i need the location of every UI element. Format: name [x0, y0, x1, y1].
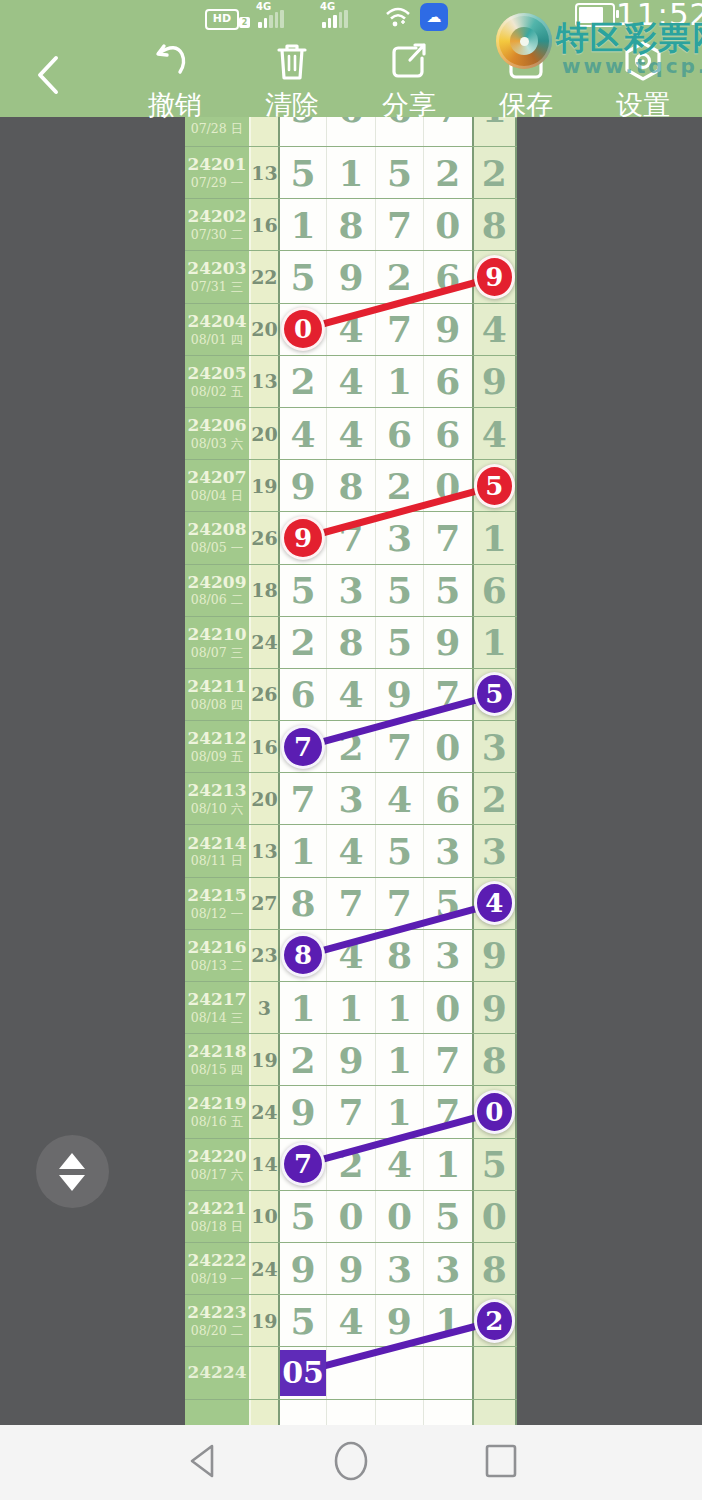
issue-number: 24212 [187, 730, 246, 748]
sum-cell [249, 1347, 278, 1398]
sum-value: 23 [251, 944, 277, 966]
issue-cell: 2422308/20 二 [185, 1295, 249, 1346]
issue-date: 08/04 日 [191, 489, 244, 502]
digit-cell-last: 0 [472, 1086, 518, 1137]
issue-cell: 2420908/06 二 [185, 565, 249, 616]
digit-cell [278, 1400, 326, 1425]
chart-row: 2420107/29 一1351522 [185, 147, 517, 199]
digit-value: 1 [387, 987, 412, 1029]
digit-cell: 5 [375, 825, 423, 876]
issue-date: 08/05 一 [191, 541, 244, 554]
issue-number: 24210 [187, 626, 246, 644]
sum-value: 3 [258, 997, 271, 1019]
digit-cell: 5 [278, 1295, 326, 1346]
digit-cell: 8 [326, 199, 374, 250]
issue-number: 24219 [187, 1095, 246, 1113]
issue-date: 07/31 三 [191, 280, 244, 293]
issue-number: 24215 [187, 887, 246, 905]
digit-cell: 5 [375, 147, 423, 198]
sum-cell: 19 [249, 1295, 278, 1346]
digit-value: 0 [482, 1195, 507, 1237]
issue-cell: 2421408/11 日 [185, 825, 249, 876]
chart-row: 2421308/10 六2073462 [185, 773, 517, 825]
digit-cell: 8 [278, 878, 326, 929]
chart-row: 2420307/31 三2259269 [185, 251, 517, 303]
issue-date: 08/02 五 [191, 385, 244, 398]
digit-cell: 9 [326, 251, 374, 302]
settings-label: 设置 [593, 87, 693, 123]
sum-value: 22 [251, 266, 277, 288]
digit-value: 1 [435, 1143, 460, 1185]
digit-cell: 1 [375, 1086, 423, 1137]
issue-number: 24208 [187, 521, 246, 539]
digit-cell: 3 [423, 1243, 471, 1294]
issue-cell: 2422008/17 六 [185, 1139, 249, 1190]
digit-value: 1 [482, 621, 507, 663]
chart-row: 2422405 [185, 1347, 517, 1399]
digit-cell-last: 8 [472, 199, 517, 250]
chart-row: 07/28 日56671 [185, 117, 517, 147]
issue-cell: 2420207/30 二 [185, 199, 249, 250]
sum-value: 14 [251, 1153, 277, 1175]
chart-row: 2421908/16 五2497170 [185, 1086, 517, 1138]
chart-row: 2420508/02 五1324169 [185, 356, 517, 408]
sum-cell: 16 [249, 199, 278, 250]
issue-cell: 2421908/16 五 [185, 1086, 249, 1137]
chart-row: 2421008/07 三2428591 [185, 617, 517, 669]
sum-cell: 3 [249, 982, 278, 1033]
digit-value: 4 [482, 308, 507, 350]
issue-cell: 2420107/29 一 [185, 147, 249, 198]
undo-button[interactable]: 撤销 [125, 40, 225, 123]
digit-value: 9 [482, 360, 507, 402]
undo-label: 撤销 [125, 87, 225, 123]
issue-number: 24204 [187, 313, 246, 331]
digit-value: 3 [387, 1248, 412, 1290]
sum-value: 24 [251, 631, 277, 653]
signal-bars-4g-icon: 4G [322, 10, 348, 28]
nav-recents-button[interactable] [483, 1441, 519, 1485]
issue-date: 08/20 二 [191, 1324, 244, 1337]
digit-cell: 8 [326, 617, 374, 668]
digit-value: 2 [482, 778, 507, 820]
digit-cell-last[interactable] [472, 1347, 517, 1398]
digit-value: 0 [435, 204, 460, 246]
digit-cell: 2 [326, 1139, 374, 1190]
undo-icon [152, 40, 198, 82]
digit-cell: 7 [278, 773, 326, 824]
digit-cell: 4 [278, 408, 326, 459]
digit-cell: 2 [375, 251, 423, 302]
issue-number: 24221 [187, 1200, 246, 1218]
digit-value: 3 [338, 778, 363, 820]
sum-cell: 13 [249, 825, 278, 876]
issue-cell: 2421708/14 三 [185, 982, 249, 1033]
save-button[interactable]: 保存 [476, 40, 576, 123]
digit-value: 7 [435, 517, 460, 559]
digit-value: 7 [387, 308, 412, 350]
issue-cell: 24224 [185, 1347, 249, 1398]
digit-cell: 4 [326, 304, 374, 355]
digit-cell: 6 [375, 408, 423, 459]
sum-value: 19 [251, 1310, 277, 1332]
digit-value: 2 [291, 360, 316, 402]
sum-value: 16 [251, 214, 277, 236]
share-icon [386, 40, 432, 82]
digit-value: 9 [435, 308, 460, 350]
issue-cell: 2422208/19 一 [185, 1243, 249, 1294]
issue-date: 07/30 二 [191, 228, 244, 241]
issue-cell: 2420808/05 一 [185, 512, 249, 563]
digit-cell: 7 [423, 1034, 471, 1085]
issue-date: 08/09 五 [191, 750, 244, 763]
nav-home-button[interactable] [331, 1439, 371, 1487]
chart-row: 2422208/19 一2499338 [185, 1243, 517, 1295]
issue-date: 08/07 三 [191, 646, 244, 659]
digit-cell: 3 [326, 773, 374, 824]
digit-cell: 3 [375, 1243, 423, 1294]
issue-cell [185, 1400, 249, 1425]
sum-cell: 22 [249, 251, 278, 302]
digit-cell: 5 [278, 251, 326, 302]
digit-cell-last: 9 [472, 251, 518, 302]
digit-value: 7 [291, 778, 316, 820]
issue-number: 24206 [187, 417, 246, 435]
save-icon [503, 40, 549, 82]
digit-value: 5 [387, 830, 412, 872]
digit-value: 9 [291, 465, 316, 507]
digit-cell: 3 [326, 565, 374, 616]
issue-date: 08/15 四 [191, 1063, 244, 1076]
red-circled-digit: 9 [474, 255, 516, 299]
digit-value: 4 [338, 1300, 363, 1342]
sum-cell: 18 [249, 565, 278, 616]
digit-cell: 4 [326, 408, 374, 459]
battery-icon [575, 3, 615, 27]
issue-number: 24211 [187, 678, 246, 696]
digit-cell-last: 8 [472, 1034, 517, 1085]
issue-number: 24207 [187, 469, 246, 487]
digit-cell: 0 [326, 1191, 374, 1242]
digit-value: 2 [291, 621, 316, 663]
nav-back-button[interactable] [186, 1442, 220, 1484]
clear-label: 清除 [242, 87, 342, 123]
issue-date: 08/11 日 [191, 854, 244, 867]
digit-value: 6 [435, 256, 460, 298]
share-label: 分享 [359, 87, 459, 123]
digit-value: 0 [338, 1195, 363, 1237]
digit-cell: 6 [423, 251, 471, 302]
digit-cell-last: 4 [472, 304, 517, 355]
red-circled-digit: 9 [281, 516, 325, 560]
digit-cell: 1 [278, 199, 326, 250]
digit-value: 7 [338, 1091, 363, 1133]
digit-cell[interactable]: 05 [278, 1347, 326, 1398]
digit-value: 5 [435, 882, 460, 924]
digit-value: 5 [291, 152, 316, 194]
issue-cell: 2420508/02 五 [185, 356, 249, 407]
clear-button[interactable]: 清除 [242, 40, 342, 123]
digit-cell-last: 5 [472, 1139, 517, 1190]
digit-value: 5 [387, 152, 412, 194]
sum-value: 24 [251, 1258, 277, 1280]
digit-value: 8 [387, 934, 412, 976]
digit-cell: 2 [423, 147, 471, 198]
digit-cell: 0 [423, 460, 471, 511]
sum-cell: 27 [249, 878, 278, 929]
signal-bars-4g-icon: 4G [258, 10, 284, 28]
digit-value: 1 [387, 360, 412, 402]
purple-circled-digit: 5 [474, 672, 516, 716]
digit-cell: 8 [375, 930, 423, 981]
share-button[interactable]: 分享 [359, 40, 459, 123]
digit-cell: 2 [326, 721, 374, 772]
issue-date: 08/18 日 [191, 1220, 244, 1233]
sum-value: 24 [251, 1101, 277, 1123]
digit-cell[interactable] [375, 1347, 423, 1398]
sum-value: 19 [251, 475, 277, 497]
chart-canvas[interactable]: 07/28 日566712420107/29 一13515222420207/3… [0, 117, 702, 1425]
issue-date: 08/13 二 [191, 959, 244, 972]
digit-cell: 7 [326, 878, 374, 929]
digit-cell-last: 4 [472, 408, 517, 459]
digit-cell-last: 1 [472, 617, 517, 668]
status-time: 11:52 [616, 0, 702, 32]
digit-value: 5 [435, 569, 460, 611]
digit-value: 9 [338, 1248, 363, 1290]
purple-circled-digit: 4 [474, 881, 516, 925]
android-navigation-bar [0, 1425, 702, 1500]
sum-cell: 14 [249, 1139, 278, 1190]
digit-cell: 5 [278, 147, 326, 198]
sum-cell: 16 [249, 721, 278, 772]
scroll-updown-button[interactable] [36, 1135, 109, 1208]
red-circled-digit: 5 [474, 464, 516, 508]
digit-value: 9 [338, 256, 363, 298]
digit-cell: 7 [423, 512, 471, 563]
sum-value: 20 [251, 318, 277, 340]
digit-value: 9 [338, 1039, 363, 1081]
issue-date: 07/29 一 [191, 176, 244, 189]
digit-cell: 3 [423, 825, 471, 876]
issue-number: 24213 [187, 782, 246, 800]
sum-cell: 13 [249, 356, 278, 407]
digit-cell: 8 [326, 460, 374, 511]
issue-cell: 2420708/04 日 [185, 460, 249, 511]
digit-cell[interactable] [423, 1347, 471, 1398]
sum-value: 10 [251, 1205, 277, 1227]
issue-number: 24216 [187, 939, 246, 957]
issue-number: 24202 [187, 208, 246, 226]
scroll-up-icon [59, 1153, 85, 1169]
sum-cell: 19 [249, 460, 278, 511]
digit-cell: 2 [278, 1034, 326, 1085]
digit-cell: 4 [375, 773, 423, 824]
digit-value: 2 [338, 1143, 363, 1185]
digit-cell: 9 [375, 669, 423, 720]
digit-value: 3 [482, 726, 507, 768]
digit-value: 9 [482, 934, 507, 976]
issue-date: 08/19 一 [191, 1272, 244, 1285]
digit-cell: 6 [423, 408, 471, 459]
digit-value: 3 [435, 1248, 460, 1290]
settings-icon [620, 40, 666, 82]
sum-value: 19 [251, 1049, 277, 1071]
digit-value: 8 [338, 204, 363, 246]
digit-cell: 0 [375, 1191, 423, 1242]
sum-value: 13 [251, 370, 277, 392]
digit-value: 9 [291, 1248, 316, 1290]
digit-value: 5 [291, 256, 316, 298]
digit-cell: 7 [326, 1086, 374, 1137]
digit-value: 4 [338, 673, 363, 715]
purple-circled-digit: 8 [281, 933, 325, 977]
sum-cell: 20 [249, 304, 278, 355]
digit-value: 4 [338, 934, 363, 976]
digit-cell [326, 1400, 374, 1425]
back-button[interactable] [30, 52, 66, 98]
sum-cell: 24 [249, 1086, 278, 1137]
digit-cell: 0 [423, 199, 471, 250]
digit-value: 5 [291, 569, 316, 611]
purple-circled-digit: 7 [281, 1142, 325, 1186]
digit-cell: 6 [423, 356, 471, 407]
digit-cell[interactable] [326, 1347, 374, 1398]
digit-cell [375, 1400, 423, 1425]
digit-cell: 7 [278, 1139, 326, 1190]
digit-value: 6 [387, 413, 412, 455]
digit-value: 6 [482, 569, 507, 611]
sum-cell: 20 [249, 408, 278, 459]
digit-value: 0 [435, 465, 460, 507]
chart-row: 2422308/20 二1954912 [185, 1295, 517, 1347]
sum-value: 13 [251, 840, 277, 862]
scroll-down-icon [59, 1175, 85, 1191]
sum-value: 20 [251, 788, 277, 810]
digit-value: 1 [387, 1091, 412, 1133]
digit-cell-last: 5 [472, 669, 518, 720]
digit-cell: 3 [423, 930, 471, 981]
issue-cell: 2421008/07 三 [185, 617, 249, 668]
digit-value: 5 [435, 1195, 460, 1237]
digit-cell-last: 5 [472, 460, 518, 511]
digit-cell-last: 2 [472, 773, 517, 824]
digit-value: 5 [387, 621, 412, 663]
issue-cell: 2421608/13 二 [185, 930, 249, 981]
digit-value: 1 [387, 1039, 412, 1081]
digit-value: 6 [291, 673, 316, 715]
home-circle-icon [331, 1439, 371, 1483]
digit-cell: 6 [278, 669, 326, 720]
issue-date: 08/01 四 [191, 333, 244, 346]
digit-cell [423, 1400, 471, 1425]
digit-value: 1 [482, 517, 507, 559]
digit-value: 4 [387, 1143, 412, 1185]
issue-date: 08/14 三 [191, 1011, 244, 1024]
issue-date: 08/06 二 [191, 593, 244, 606]
hd2-volte-icon: HD [205, 9, 239, 30]
digit-value: 2 [291, 1039, 316, 1081]
issue-number: 24222 [187, 1252, 246, 1270]
digit-value: 4 [338, 360, 363, 402]
digit-cell: 5 [278, 1191, 326, 1242]
digit-cell-last: 1 [472, 512, 517, 563]
digit-cell: 3 [375, 512, 423, 563]
digit-cell: 7 [423, 669, 471, 720]
digit-cell: 7 [423, 1086, 471, 1137]
digit-cell-last: 9 [472, 356, 517, 407]
digit-value: 9 [291, 1091, 316, 1133]
issue-cell: 2420408/01 四 [185, 304, 249, 355]
digit-cell: 6 [423, 773, 471, 824]
digit-cell: 4 [326, 930, 374, 981]
digit-value: 7 [387, 726, 412, 768]
digit-cell: 1 [423, 1295, 471, 1346]
sum-value: 26 [251, 683, 277, 705]
digit-value: 3 [338, 569, 363, 611]
sum-value: 20 [251, 423, 277, 445]
issue-number: 24223 [187, 1304, 246, 1322]
hd2-sub-icon: 2 [239, 17, 250, 28]
settings-button[interactable]: 设置 [593, 40, 693, 123]
digit-value: 8 [482, 204, 507, 246]
next-pick-box[interactable]: 05 [280, 1350, 326, 1396]
chart-row: 2420908/06 二1853556 [185, 565, 517, 617]
chart-row: 2422008/17 六1472415 [185, 1139, 517, 1191]
digit-cell: 1 [375, 356, 423, 407]
digit-cell: 1 [375, 1034, 423, 1085]
issue-date: 08/10 六 [191, 802, 244, 815]
sum-value: 16 [251, 736, 277, 758]
digit-value: 2 [338, 726, 363, 768]
issue-cell: 2420608/03 六 [185, 408, 249, 459]
issue-number: 24214 [187, 835, 246, 853]
trend-chart-table: 07/28 日566712420107/29 一13515222420207/3… [185, 117, 517, 1425]
digit-value: 7 [387, 882, 412, 924]
digit-cell: 9 [423, 304, 471, 355]
status-bar: HD 2 4G 4G ☁ 11:52 [0, 0, 702, 34]
digit-cell-last: 8 [472, 1243, 517, 1294]
weather-cloud-app-icon: ☁ [420, 3, 448, 31]
digit-cell: 5 [423, 1191, 471, 1242]
sum-cell: 24 [249, 617, 278, 668]
digit-cell: 9 [278, 460, 326, 511]
digit-value: 2 [435, 152, 460, 194]
digit-value: 6 [435, 413, 460, 455]
digit-cell-last: 4 [472, 878, 518, 929]
chart-row: 2421508/12 一2787754 [185, 878, 517, 930]
digit-cell: 9 [278, 1086, 326, 1137]
sum-cell: 23 [249, 930, 278, 981]
digit-cell: 1 [278, 825, 326, 876]
digit-cell: 9 [326, 1034, 374, 1085]
digit-value: 1 [291, 204, 316, 246]
digit-cell: 9 [423, 617, 471, 668]
issue-date: 08/03 六 [191, 437, 244, 450]
digit-cell-last: 2 [472, 147, 517, 198]
digit-value: 3 [482, 830, 507, 872]
digit-cell-last: 3 [472, 825, 517, 876]
digit-value: 4 [338, 413, 363, 455]
digit-value: 2 [387, 465, 412, 507]
digit-value: 6 [435, 778, 460, 820]
chart-row: 2421608/13 二2384839 [185, 930, 517, 982]
purple-circled-digit: 7 [281, 725, 325, 769]
digit-cell: 5 [375, 617, 423, 668]
digit-cell: 7 [375, 199, 423, 250]
digit-cell-last [472, 1400, 517, 1425]
red-circled-digit: 0 [281, 307, 325, 351]
